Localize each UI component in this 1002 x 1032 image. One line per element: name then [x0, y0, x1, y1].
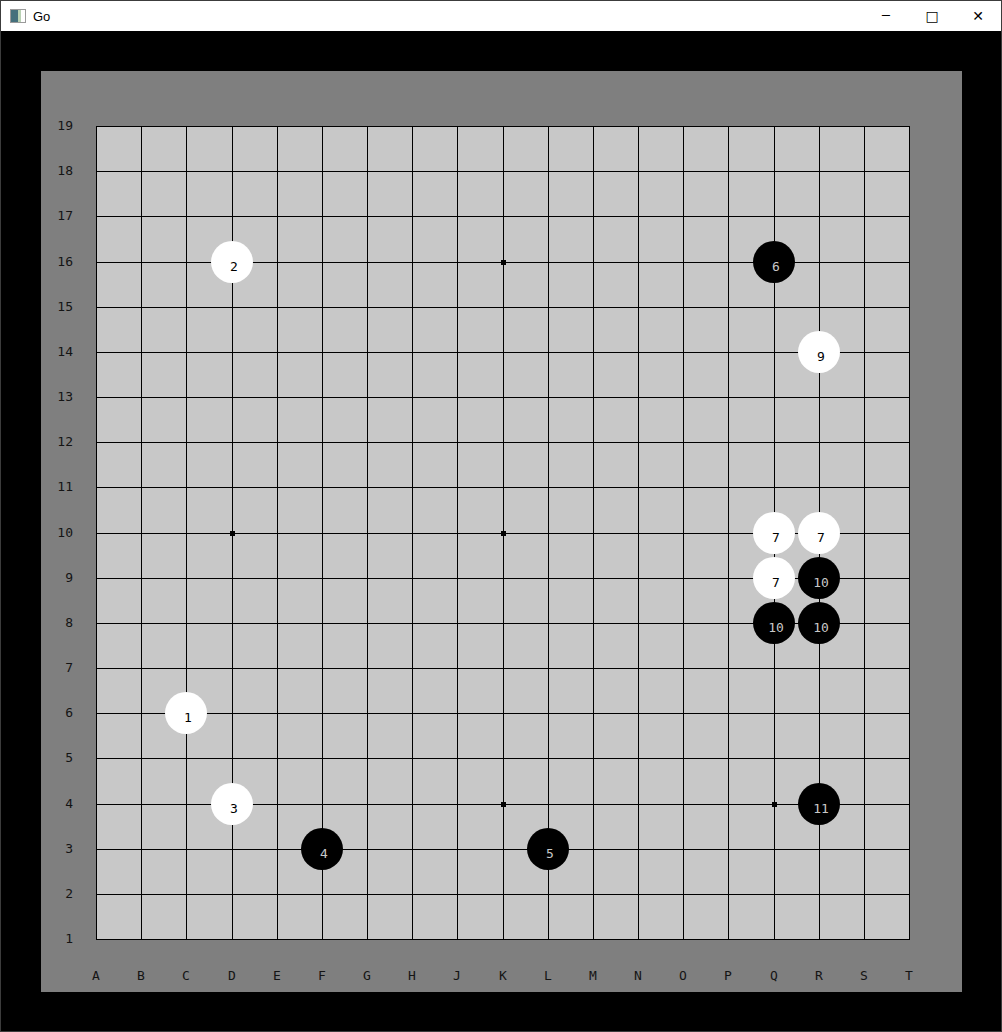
stone-white: 3 — [211, 783, 253, 825]
star-point — [772, 802, 777, 807]
col-label: S — [844, 968, 884, 984]
stone-move-number: 7 — [772, 530, 780, 545]
grid-line-h — [96, 758, 910, 759]
stone-move-number: 1 — [184, 710, 192, 725]
grid-line-v — [593, 126, 594, 940]
row-label: 15 — [43, 299, 73, 315]
window-controls: ─ □ ✕ — [863, 1, 1001, 30]
col-label: F — [302, 968, 342, 984]
board-frame: 123456777910101011 191817161514131211109… — [41, 71, 962, 992]
stone-move-number: 10 — [813, 620, 829, 635]
star-point — [501, 802, 506, 807]
row-label: 16 — [43, 254, 73, 270]
row-label: 11 — [43, 479, 73, 495]
minimize-button[interactable]: ─ — [863, 1, 909, 30]
col-label: C — [166, 968, 206, 984]
window-title: Go — [33, 9, 50, 24]
stone-move-number: 7 — [817, 530, 825, 545]
col-label: N — [618, 968, 658, 984]
grid-line-h — [96, 713, 910, 714]
col-label: R — [799, 968, 839, 984]
grid-line-v — [638, 126, 639, 940]
col-label: Q — [754, 968, 794, 984]
stone-white: 7 — [753, 512, 795, 554]
row-label: 19 — [43, 118, 73, 134]
col-label: H — [392, 968, 432, 984]
stone-move-number: 6 — [772, 259, 780, 274]
row-label: 18 — [43, 163, 73, 179]
col-label: B — [121, 968, 161, 984]
col-label: L — [528, 968, 568, 984]
col-label: J — [437, 968, 477, 984]
stone-black: 6 — [753, 241, 795, 283]
grid-line-h — [96, 939, 910, 940]
star-point — [501, 260, 506, 265]
stone-move-number: 9 — [817, 349, 825, 364]
row-label: 8 — [43, 615, 73, 631]
stone-white: 2 — [211, 241, 253, 283]
row-label: 12 — [43, 434, 73, 450]
grid-line-h — [96, 668, 910, 669]
stone-black: 10 — [798, 602, 840, 644]
stone-black: 10 — [798, 557, 840, 599]
stone-move-number: 11 — [813, 801, 829, 816]
grid-line-v — [683, 126, 684, 940]
row-label: 2 — [43, 886, 73, 902]
col-label: E — [257, 968, 297, 984]
grid-line-h — [96, 849, 910, 850]
row-label: 9 — [43, 570, 73, 586]
row-label: 6 — [43, 705, 73, 721]
row-label: 7 — [43, 660, 73, 676]
row-label: 1 — [43, 931, 73, 947]
stone-black: 11 — [798, 783, 840, 825]
stone-white: 7 — [798, 512, 840, 554]
row-label: 3 — [43, 841, 73, 857]
col-label: O — [663, 968, 703, 984]
col-label: A — [76, 968, 116, 984]
stone-move-number: 5 — [546, 846, 554, 861]
star-point — [501, 531, 506, 536]
app-icon — [10, 9, 26, 23]
stone-black: 4 — [301, 828, 343, 870]
stone-move-number: 7 — [772, 575, 780, 590]
col-label: M — [573, 968, 613, 984]
stone-white: 9 — [798, 331, 840, 373]
col-label: D — [212, 968, 252, 984]
window-client: 123456777910101011 191817161514131211109… — [1, 31, 1001, 1031]
stone-black: 10 — [753, 602, 795, 644]
close-icon: ✕ — [972, 9, 984, 23]
stone-white: 1 — [165, 692, 207, 734]
go-app-window: Go ─ □ ✕ 123456777910101011 191817161514… — [0, 0, 1002, 1032]
stone-move-number: 4 — [320, 846, 328, 861]
col-label: K — [483, 968, 523, 984]
star-point — [230, 531, 235, 536]
stone-move-number: 2 — [230, 259, 238, 274]
stone-white: 7 — [753, 557, 795, 599]
maximize-button[interactable]: □ — [909, 1, 955, 30]
grid-line-v — [728, 126, 729, 940]
row-label: 10 — [43, 525, 73, 541]
col-label: G — [347, 968, 387, 984]
col-label: T — [889, 968, 929, 984]
row-label: 5 — [43, 750, 73, 766]
row-label: 4 — [43, 796, 73, 812]
stone-black: 5 — [527, 828, 569, 870]
go-board[interactable]: 123456777910101011 — [96, 126, 910, 940]
title-bar: Go ─ □ ✕ — [1, 1, 1001, 31]
col-label: P — [708, 968, 748, 984]
minimize-icon: ─ — [882, 9, 890, 22]
stone-move-number: 3 — [230, 801, 238, 816]
maximize-icon: □ — [925, 9, 938, 23]
row-label: 14 — [43, 344, 73, 360]
grid-line-h — [96, 894, 910, 895]
grid-line-v — [548, 126, 549, 940]
stone-move-number: 10 — [768, 620, 784, 635]
row-label: 17 — [43, 208, 73, 224]
grid-line-v — [864, 126, 865, 940]
stone-move-number: 10 — [813, 575, 829, 590]
grid-line-v — [909, 126, 910, 940]
row-label: 13 — [43, 389, 73, 405]
close-button[interactable]: ✕ — [955, 1, 1001, 30]
